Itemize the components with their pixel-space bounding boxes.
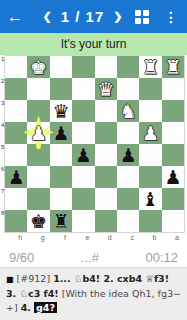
black-k-piece[interactable]: ♚ — [30, 210, 47, 232]
current-move[interactable]: g4? — [34, 302, 57, 313]
status-bar: 9/60 ...# 00:12 — [0, 246, 187, 269]
square-a1[interactable]: ♜ — [162, 56, 184, 78]
rank-label: 5 — [1, 144, 4, 150]
square-d6[interactable] — [95, 166, 117, 188]
goal-indicator: ...# — [81, 250, 99, 265]
square-f5[interactable] — [50, 144, 72, 166]
square-b1[interactable]: ♜ — [139, 56, 161, 78]
topbar-actions: ⋮ — [135, 9, 187, 25]
square-d5[interactable] — [95, 144, 117, 166]
square-d3[interactable] — [95, 100, 117, 122]
square-a4[interactable] — [162, 122, 184, 144]
square-g1[interactable]: ♚ — [27, 56, 49, 78]
square-b6[interactable] — [139, 166, 161, 188]
grid-icon[interactable] — [135, 10, 149, 24]
board[interactable]: ♚♜♜♛♛♞♟♟♟♟♟♟♟♝♚♜ — [4, 55, 185, 233]
square-g4[interactable]: ♟ — [27, 122, 49, 144]
top-app-bar: ← ❮ 1 / 17 ❯ ⋮ — [0, 0, 187, 33]
square-a6[interactable]: ♟ — [162, 166, 184, 188]
square-a2[interactable] — [162, 78, 184, 100]
square-d7[interactable] — [95, 188, 117, 210]
square-c3[interactable]: ♞ — [117, 100, 139, 122]
square-g6[interactable] — [27, 166, 49, 188]
square-d4[interactable] — [95, 122, 117, 144]
square-g8[interactable]: ♚ — [27, 210, 49, 232]
square-b7[interactable]: ♝ — [139, 188, 161, 210]
file-label: d — [99, 233, 121, 244]
white-q-piece[interactable]: ♛ — [97, 78, 114, 100]
move-number: 4. — [21, 302, 31, 313]
turn-banner: It's your turn — [0, 33, 187, 55]
file-label: g — [31, 233, 53, 244]
file-label: e — [76, 233, 98, 244]
square-c2[interactable] — [117, 78, 139, 100]
square-e1[interactable] — [72, 56, 94, 78]
square-h7[interactable] — [5, 188, 27, 210]
white-r-piece[interactable]: ♜ — [164, 56, 181, 78]
puzzle-counter: 1 / 17 — [61, 8, 105, 25]
square-h6[interactable]: ♟ — [5, 166, 27, 188]
rank-label: 7 — [1, 188, 4, 194]
rank-label: 6 — [1, 166, 4, 172]
overflow-menu-icon[interactable]: ⋮ — [164, 9, 178, 25]
square-f2[interactable] — [50, 78, 72, 100]
square-e7[interactable] — [72, 188, 94, 210]
black-r-piece[interactable]: ♜ — [52, 210, 69, 232]
progress-counter: 9/60 — [9, 250, 34, 265]
square-h5[interactable] — [5, 144, 27, 166]
square-b4[interactable]: ♟ — [139, 122, 161, 144]
square-h4[interactable] — [5, 122, 27, 144]
square-f8[interactable]: ♜ — [50, 210, 72, 232]
square-c7[interactable] — [117, 188, 139, 210]
rank-label: 4 — [1, 122, 4, 128]
square-c4[interactable] — [117, 122, 139, 144]
white-n-piece[interactable]: ♞ — [120, 100, 137, 122]
square-h8[interactable] — [5, 210, 27, 232]
back-button[interactable]: ← — [0, 8, 30, 26]
square-c6[interactable] — [117, 166, 139, 188]
timer: 00:12 — [145, 250, 178, 265]
black-q-piece[interactable]: ♛ — [52, 100, 69, 122]
file-label: f — [54, 233, 76, 244]
square-d2[interactable]: ♛ — [95, 78, 117, 100]
black-p-piece[interactable]: ♟ — [120, 144, 137, 166]
square-g7[interactable] — [27, 188, 49, 210]
puzzle-id: [#912] — [17, 273, 51, 284]
square-d8[interactable] — [95, 210, 117, 232]
square-a7[interactable] — [162, 188, 184, 210]
square-f4[interactable]: ♟ — [50, 122, 72, 144]
black-p-piece[interactable]: ♟ — [52, 122, 69, 144]
prev-puzzle-button[interactable]: ❮ — [43, 10, 52, 23]
square-d1[interactable] — [95, 56, 117, 78]
square-e5[interactable]: ♟ — [72, 144, 94, 166]
puzzle-navigator: ❮ 1 / 17 ❯ — [30, 8, 135, 25]
file-label: h — [9, 233, 31, 244]
square-a5[interactable] — [162, 144, 184, 166]
white-r-piece[interactable]: ♜ — [142, 56, 159, 78]
file-labels: hgfedcba — [4, 233, 187, 244]
square-b8[interactable] — [139, 210, 161, 232]
square-h3[interactable] — [5, 100, 27, 122]
file-label: a — [166, 233, 187, 244]
black-b-piece[interactable]: ♝ — [142, 188, 159, 210]
square-h1[interactable] — [5, 56, 27, 78]
square-e4[interactable] — [72, 122, 94, 144]
square-e3[interactable] — [72, 100, 94, 122]
square-e8[interactable] — [72, 210, 94, 232]
square-b5[interactable] — [139, 144, 161, 166]
square-e2[interactable] — [72, 78, 94, 100]
square-f1[interactable] — [50, 56, 72, 78]
white-p-piece[interactable]: ♟ — [142, 122, 159, 144]
bullet-icon: ■ — [6, 275, 14, 284]
rank-label: 1 — [1, 56, 4, 62]
square-c1[interactable] — [117, 56, 139, 78]
next-puzzle-button[interactable]: ❯ — [113, 10, 122, 23]
square-a3[interactable] — [162, 100, 184, 122]
square-a8[interactable] — [162, 210, 184, 232]
square-b2[interactable] — [139, 78, 161, 100]
board-area: ♚♜♜♛♛♞♟♟♟♟♟♟♟♝♚♜ hgfedcba 12345678 — [0, 55, 187, 244]
square-e6[interactable] — [72, 166, 94, 188]
square-h2[interactable] — [5, 78, 27, 100]
file-label: c — [121, 233, 143, 244]
black-p-piece[interactable]: ♟ — [164, 166, 181, 188]
square-f3[interactable]: ♛ — [50, 100, 72, 122]
white-k-piece[interactable]: ♚ — [30, 56, 47, 78]
notation-panel[interactable]: ■ [#912] 1... ♘b4! 2. cxb4 ♕f3! 3. ♘c3 f… — [0, 267, 187, 320]
black-p-piece[interactable]: ♟ — [8, 166, 25, 188]
turn-banner-text: It's your turn — [61, 37, 127, 51]
file-label: b — [143, 233, 165, 244]
square-c5[interactable]: ♟ — [117, 144, 139, 166]
square-g2[interactable] — [27, 78, 49, 100]
square-b3[interactable] — [139, 100, 161, 122]
white-p-piece[interactable]: ♟ — [30, 122, 47, 144]
rank-label: 8 — [1, 210, 4, 216]
square-f6[interactable] — [50, 166, 72, 188]
puzzle-app: ← ❮ 1 / 17 ❯ ⋮ It's your turn ♚♜♜♛♛♞♟♟♟♟… — [0, 0, 187, 320]
black-p-piece[interactable]: ♟ — [75, 144, 92, 166]
square-c8[interactable] — [117, 210, 139, 232]
rank-label: 3 — [1, 100, 4, 106]
square-f7[interactable] — [50, 188, 72, 210]
rank-label: 2 — [1, 78, 4, 84]
